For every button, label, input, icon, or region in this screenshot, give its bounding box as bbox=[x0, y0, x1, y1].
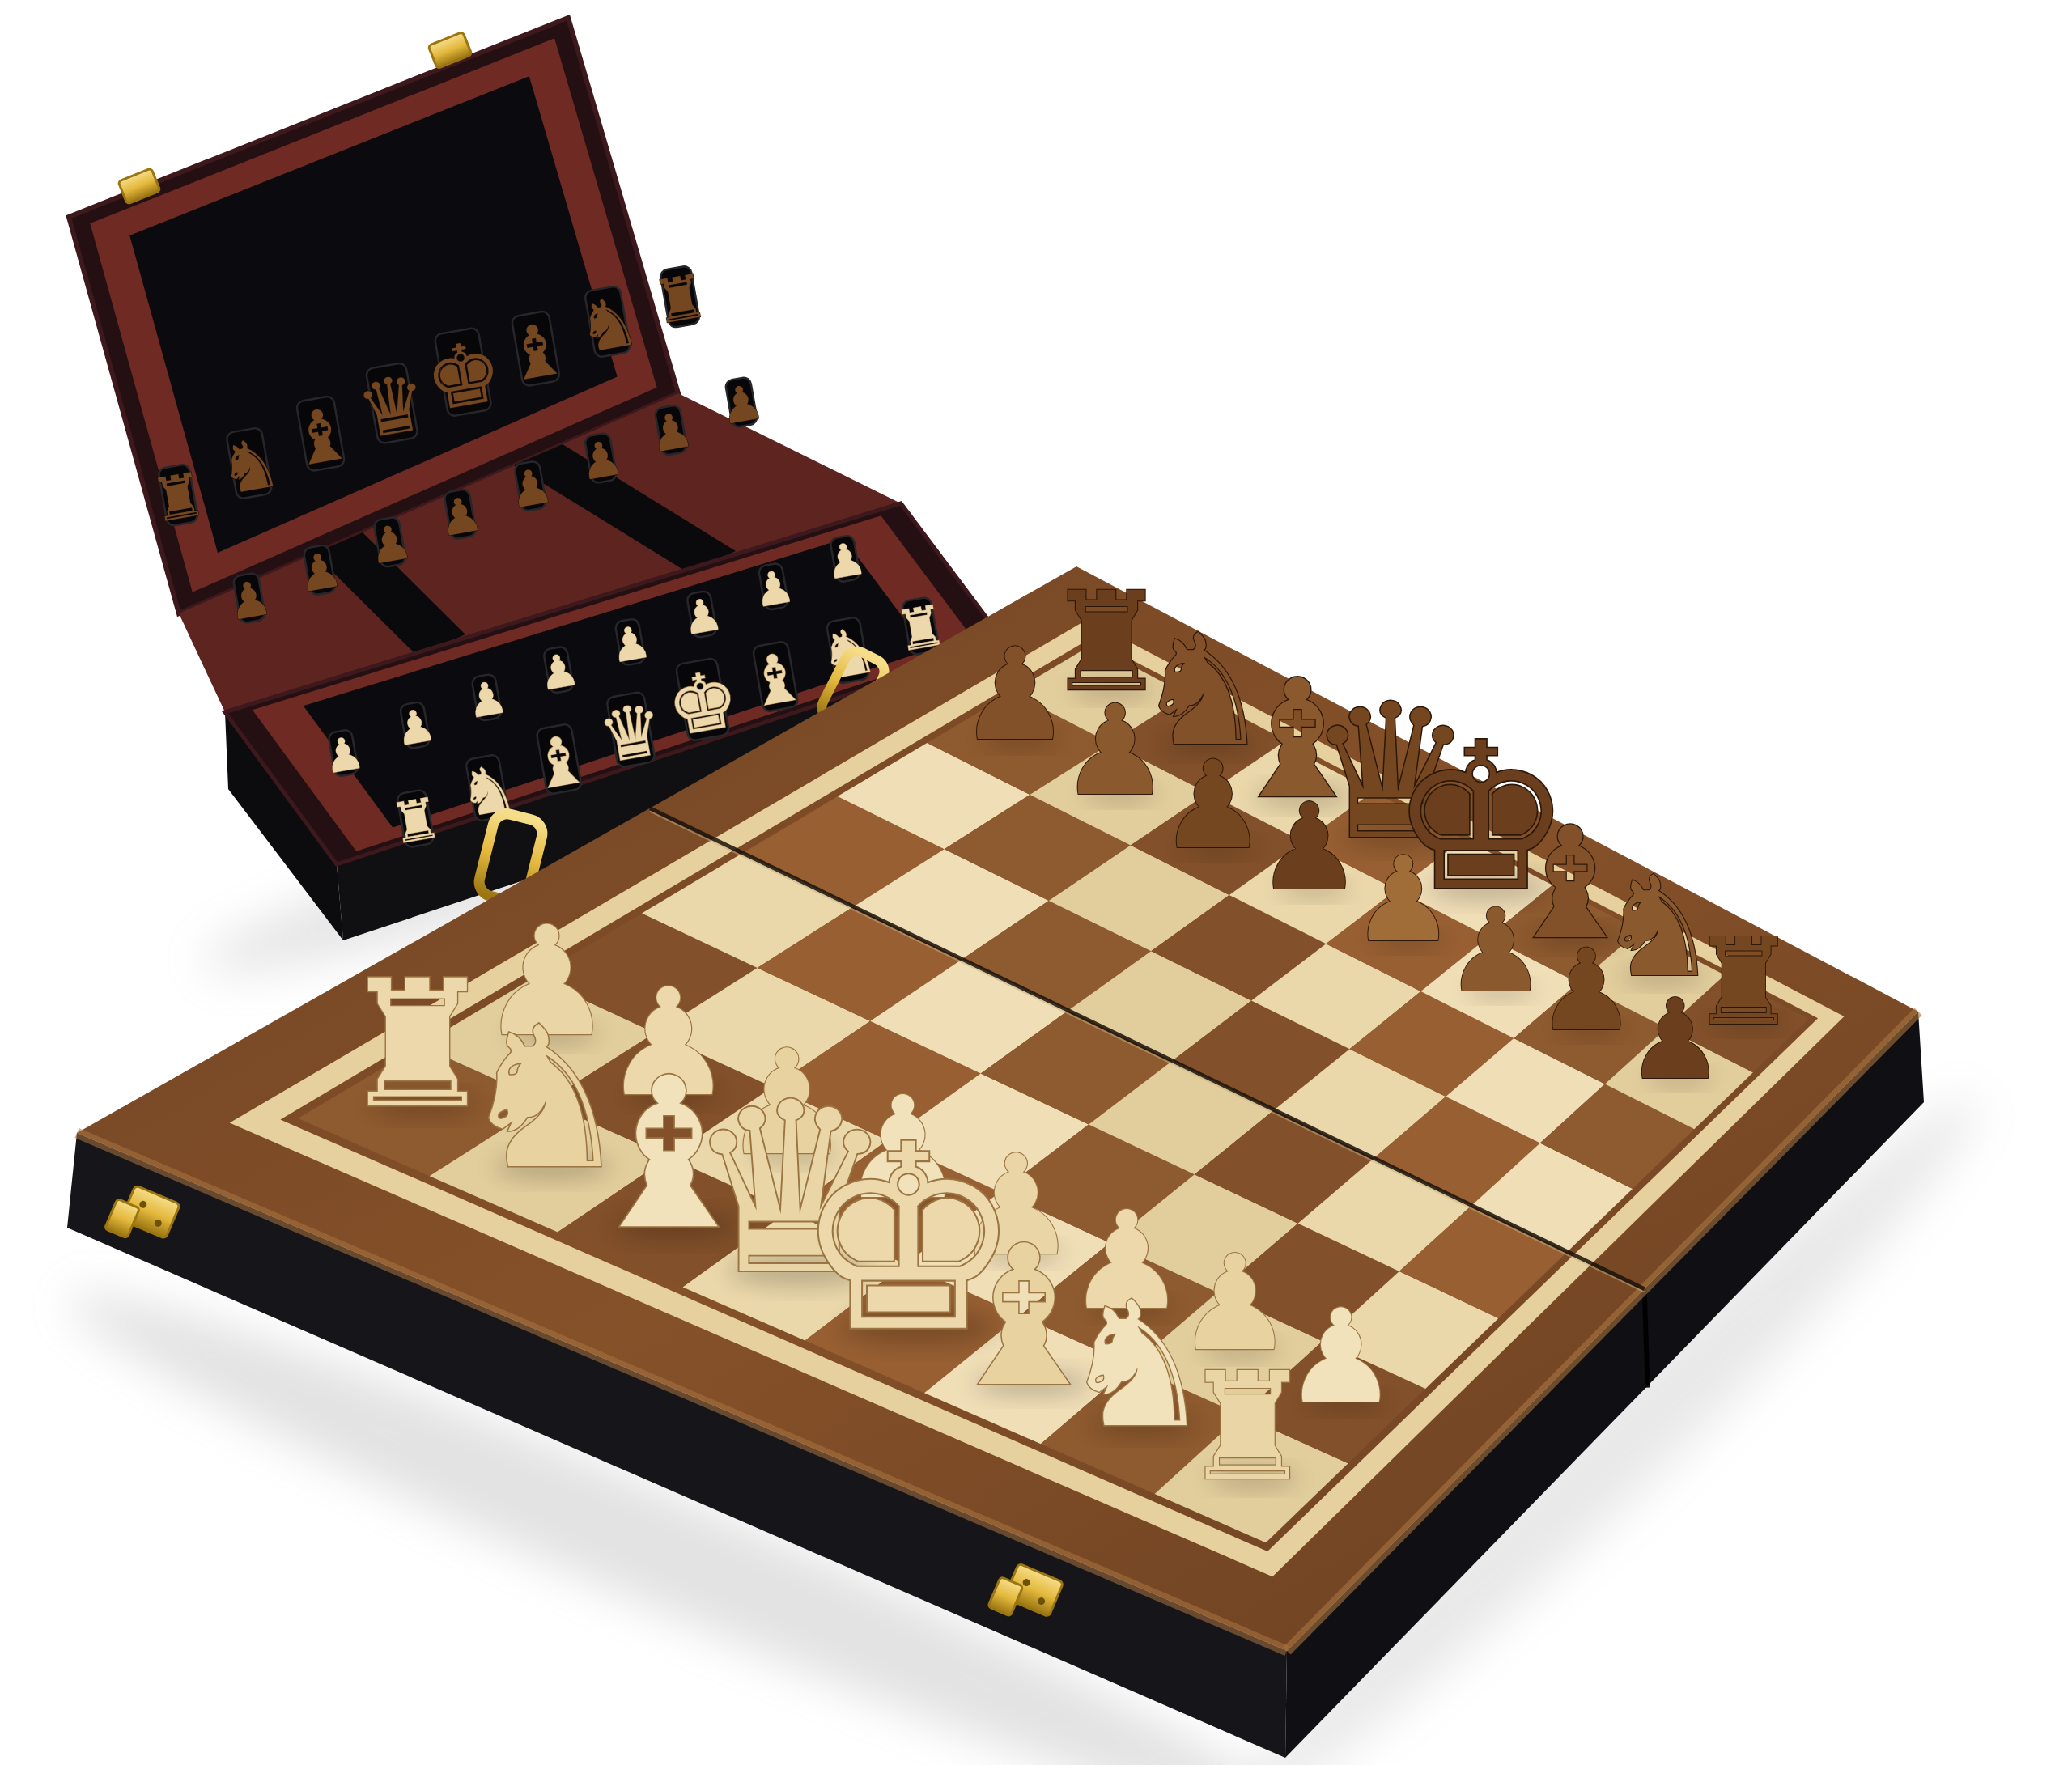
piece-black-pawn-e7: ♟ bbox=[1351, 831, 1456, 968]
piece-white-rook-h1: ♜ bbox=[1181, 1340, 1314, 1513]
stored-piece-pawn: ♟ bbox=[715, 372, 768, 435]
piece-black-pawn-d7: ♟ bbox=[1255, 778, 1363, 917]
piece-black-pawn-a7: ♟ bbox=[958, 621, 1072, 769]
product-photo-scene: ♜♞♝♛♚♝♞♜♟♟♟♟♟♟♟♟♟♟♟♟♟♟♟♟♜♞♝♛♚♝♞♜ ♜♟♞♟♝♛♟… bbox=[0, 0, 2072, 1765]
chess-set-scene-svg: ♜♞♝♛♚♝♞♜♟♟♟♟♟♟♟♟♟♟♟♟♟♟♟♟♜♞♝♛♚♝♞♜ ♜♟♞♟♝♛♟… bbox=[0, 0, 2072, 1765]
piece-black-pawn-b7: ♟ bbox=[1059, 678, 1171, 823]
case-fold-gap bbox=[1645, 1289, 1648, 1388]
piece-black-pawn-g7: ♟ bbox=[1536, 925, 1637, 1056]
piece-black-pawn-f7: ♟ bbox=[1444, 884, 1547, 1017]
stored-piece-rook: ♜ bbox=[647, 260, 712, 337]
piece-black-pawn-h7: ♟ bbox=[1625, 975, 1725, 1104]
piece-black-pawn-c7: ♟ bbox=[1159, 735, 1267, 876]
